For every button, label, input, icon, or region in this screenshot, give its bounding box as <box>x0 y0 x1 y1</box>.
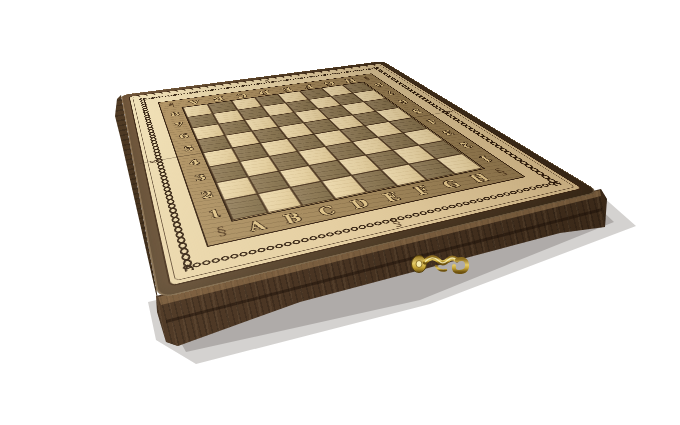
brass-clasp <box>406 247 472 285</box>
chess-box-product-photo: § § § § § § § § ABCDEFGH ABCDEFGH 123456… <box>0 0 680 425</box>
